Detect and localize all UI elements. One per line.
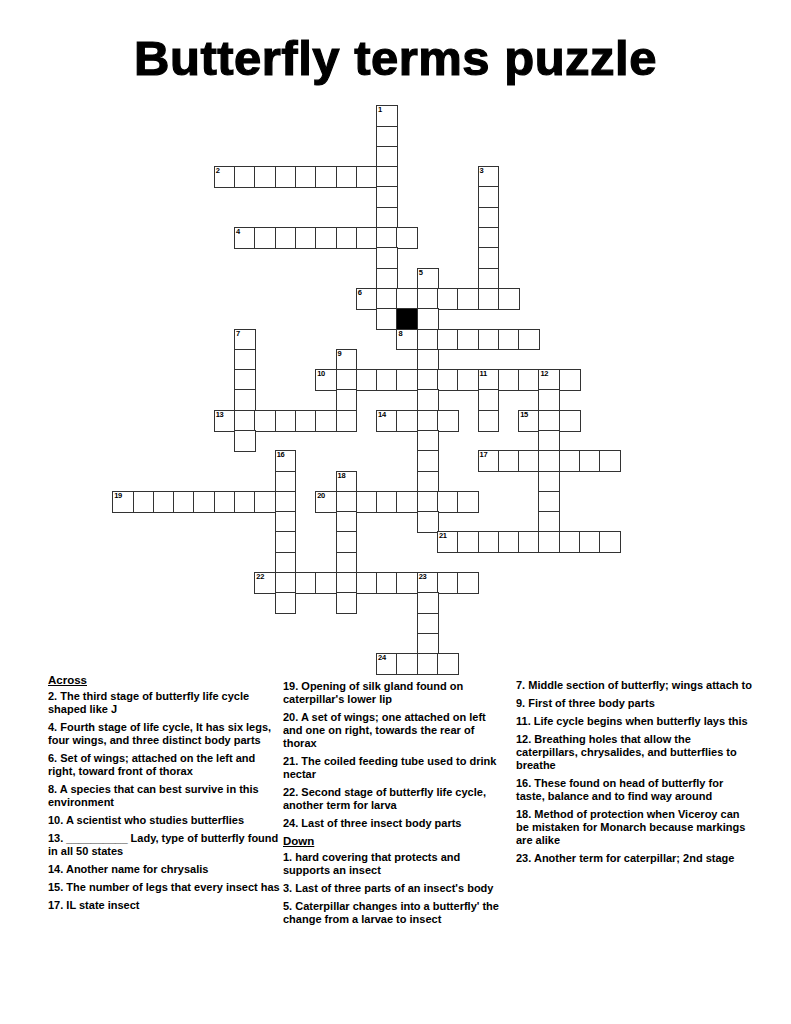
grid-cell-r23c16[interactable] [437,572,459,594]
grid-cell-r13c17[interactable] [457,369,479,391]
grid-cell-r16c21[interactable] [538,430,560,452]
grid-cell-r27c14[interactable] [396,653,418,675]
grid-cell-r23c15[interactable]: 23 [417,572,439,594]
grid-cell-r24c15[interactable] [417,592,439,614]
grid-cell-r27c15[interactable] [417,653,439,675]
grid-cell-r18c11[interactable]: 18 [336,471,358,493]
clue-across-21: 21. The coiled feeding tube used to drin… [283,755,505,781]
grid-cell-r17c21[interactable] [538,450,560,472]
grid-cell-r19c15[interactable] [417,491,439,513]
grid-cell-r3c11[interactable] [336,166,358,188]
grid-cell-r6c14[interactable] [396,227,418,249]
grid-cell-r11c6[interactable]: 7 [234,329,256,351]
grid-cell-r19c6[interactable] [234,491,256,513]
grid-cell-r13c10[interactable]: 10 [315,369,337,391]
grid-cell-r9c12[interactable]: 6 [356,288,378,310]
clue-number-10: 10 [317,369,325,378]
black-cell-r10c14 [396,308,418,330]
grid-cell-r15c6[interactable] [234,410,256,432]
grid-cell-r21c18[interactable] [478,531,500,553]
grid-cell-r15c9[interactable] [295,410,317,432]
clue-across-15: 15. The number of legs that every insect… [48,881,281,894]
grid-cell-r23c13[interactable] [376,572,398,594]
grid-cell-r13c19[interactable] [498,369,520,391]
grid-cell-r23c14[interactable] [396,572,418,594]
across-heading: Across [48,674,281,686]
clue-number-19: 19 [114,491,122,500]
clue-down-16: 16. These found on head of butterfly for… [516,777,754,803]
grid-cell-r15c22[interactable] [559,410,581,432]
grid-cell-r3c8[interactable] [275,166,297,188]
grid-cell-r6c9[interactable] [295,227,317,249]
grid-cell-r19c8[interactable] [275,491,297,513]
grid-cell-r13c13[interactable] [376,369,398,391]
clue-number-14: 14 [378,410,386,419]
grid-cell-r15c8[interactable] [275,410,297,432]
grid-cell-r6c11[interactable] [336,227,358,249]
grid-cell-r7c13[interactable] [376,247,398,269]
grid-cell-r9c19[interactable] [498,288,520,310]
grid-cell-r23c10[interactable] [315,572,337,594]
clue-down-3: 3. Last of three parts of an insect's bo… [283,882,505,895]
grid-cell-r20c8[interactable] [275,511,297,533]
grid-cell-r11c14[interactable]: 8 [396,329,418,351]
grid-cell-r26c15[interactable] [417,633,439,655]
clue-down-9: 9. First of three body parts [516,697,754,710]
grid-cell-r17c19[interactable] [498,450,520,472]
grid-cell-r3c18[interactable]: 3 [478,166,500,188]
clue-across-4: 4. Fourth stage of life cycle, It has si… [48,721,281,747]
grid-cell-r3c12[interactable] [356,166,378,188]
grid-cell-r14c18[interactable] [478,389,500,411]
grid-cell-r19c17[interactable] [457,491,479,513]
grid-cell-r15c11[interactable] [336,410,358,432]
grid-cell-r12c15[interactable] [417,349,439,371]
clue-across-19: 19. Opening of silk gland found on cater… [283,680,505,706]
clue-column-across: Across2. The third stage of butterfly li… [48,674,281,917]
grid-cell-r5c13[interactable] [376,207,398,229]
grid-cell-r20c21[interactable] [538,511,560,533]
clue-across-8: 8. A species that can best survive in th… [48,783,281,809]
clue-number-5: 5 [419,268,423,277]
clue-number-6: 6 [358,288,362,297]
grid-cell-r13c22[interactable] [559,369,581,391]
grid-cell-r2c13[interactable] [376,146,398,168]
page-title: Butterfly terms puzzle [0,30,791,86]
grid-cell-r13c16[interactable] [437,369,459,391]
grid-cell-r21c19[interactable] [498,531,520,553]
grid-cell-r11c20[interactable] [518,329,540,351]
grid-cell-r17c18[interactable]: 17 [478,450,500,472]
grid-cell-r1c13[interactable] [376,126,398,148]
grid-cell-r3c13[interactable] [376,166,398,188]
grid-cell-r22c8[interactable] [275,552,297,574]
clue-across-14: 14. Another name for chrysalis [48,863,281,876]
down-heading: Down [283,835,505,847]
grid-cell-r19c2[interactable] [153,491,175,513]
grid-cell-r21c24[interactable] [599,531,621,553]
clue-across-17: 17. IL state insect [48,899,281,912]
grid-cell-r19c21[interactable] [538,491,560,513]
clue-across-22: 22. Second stage of butterfly life cycle… [283,786,505,812]
grid-cell-r17c8[interactable]: 16 [275,450,297,472]
grid-cell-r14c11[interactable] [336,389,358,411]
clue-number-1: 1 [378,105,382,114]
grid-cell-r18c15[interactable] [417,471,439,493]
grid-cell-r13c15[interactable] [417,369,439,391]
clue-down-11: 11. Life cycle begins when butterfly lay… [516,715,754,728]
clue-number-12: 12 [540,369,548,378]
grid-cell-r12c6[interactable] [234,349,256,371]
grid-cell-r21c17[interactable] [457,531,479,553]
grid-cell-r23c12[interactable] [356,572,378,594]
grid-cell-r3c7[interactable] [254,166,276,188]
grid-cell-r15c18[interactable] [478,410,500,432]
grid-cell-r6c10[interactable] [315,227,337,249]
grid-cell-r23c11[interactable] [336,572,358,594]
grid-cell-r15c16[interactable] [437,410,459,432]
grid-cell-r19c11[interactable] [336,491,358,513]
grid-cell-r20c15[interactable] [417,511,439,533]
grid-cell-r9c13[interactable] [376,288,398,310]
grid-cell-r15c14[interactable] [396,410,418,432]
grid-cell-r13c11[interactable] [336,369,358,391]
grid-cell-r21c20[interactable] [518,531,540,553]
grid-cell-r11c19[interactable] [498,329,520,351]
grid-cell-r9c18[interactable] [478,288,500,310]
grid-cell-r6c12[interactable] [356,227,378,249]
grid-cell-r13c14[interactable] [396,369,418,391]
clue-across-6: 6. Set of wings; attached on the left an… [48,752,281,778]
clue-down-23: 23. Another term for caterpillar; 2nd st… [516,852,754,865]
grid-cell-r5c18[interactable] [478,207,500,229]
grid-cell-r11c16[interactable] [437,329,459,351]
grid-cell-r3c9[interactable] [295,166,317,188]
grid-cell-r15c10[interactable] [315,410,337,432]
grid-cell-r10c15[interactable] [417,308,439,330]
clue-across-13: 13. __________ Lady, type of butterfly f… [48,832,281,858]
clue-down-18: 18. Method of protection when Viceroy ca… [516,808,754,847]
clue-number-18: 18 [338,471,346,480]
grid-cell-r9c17[interactable] [457,288,479,310]
grid-cell-r4c13[interactable] [376,186,398,208]
clue-number-13: 13 [216,410,224,419]
clue-number-4: 4 [236,227,240,236]
clue-across-20: 20. A set of wings; one attached on left… [283,711,505,750]
grid-cell-r21c8[interactable] [275,531,297,553]
grid-cell-r19c5[interactable] [214,491,236,513]
grid-cell-r18c8[interactable] [275,471,297,493]
grid-cell-r6c18[interactable] [478,227,500,249]
crossword-grid: 123456789101112131415161718192021222324 [113,106,620,674]
grid-cell-r4c18[interactable] [478,186,500,208]
clue-across-10: 10. A scientist who studies butterflies [48,814,281,827]
grid-cell-r3c5[interactable]: 2 [214,166,236,188]
grid-cell-r6c13[interactable] [376,227,398,249]
grid-cell-r13c6[interactable] [234,369,256,391]
clue-number-20: 20 [317,491,325,500]
grid-cell-r21c16[interactable]: 21 [437,531,459,553]
clue-number-7: 7 [236,329,240,338]
clue-number-23: 23 [419,572,427,581]
grid-cell-r9c14[interactable] [396,288,418,310]
grid-cell-r16c15[interactable] [417,430,439,452]
grid-cell-r3c6[interactable] [234,166,256,188]
clue-number-3: 3 [480,166,484,175]
grid-cell-r17c22[interactable] [559,450,581,472]
clue-across-2: 2. The third stage of butterfly life cyc… [48,690,281,716]
grid-cell-r21c23[interactable] [579,531,601,553]
grid-cell-r22c11[interactable] [336,552,358,574]
grid-cell-r13c20[interactable] [518,369,540,391]
grid-cell-r19c13[interactable] [376,491,398,513]
grid-cell-r21c11[interactable] [336,531,358,553]
grid-cell-r9c15[interactable] [417,288,439,310]
grid-cell-r0c13[interactable]: 1 [376,105,398,127]
grid-cell-r13c12[interactable] [356,369,378,391]
clue-number-22: 22 [256,572,264,581]
grid-cell-r24c8[interactable] [275,592,297,614]
grid-cell-r17c20[interactable] [518,450,540,472]
grid-cell-r6c6[interactable]: 4 [234,227,256,249]
clue-number-11: 11 [480,369,487,378]
grid-cell-r15c13[interactable]: 14 [376,410,398,432]
grid-cell-r19c12[interactable] [356,491,378,513]
clue-column-middle: 19. Opening of silk gland found on cater… [283,680,505,931]
grid-cell-r6c8[interactable] [275,227,297,249]
grid-cell-r23c7[interactable]: 22 [254,572,276,594]
grid-cell-r14c21[interactable] [538,389,560,411]
grid-cell-r19c10[interactable]: 20 [315,491,337,513]
grid-cell-r19c0[interactable]: 19 [112,491,134,513]
grid-cell-r23c17[interactable] [457,572,479,594]
grid-cell-r6c7[interactable] [254,227,276,249]
grid-cell-r17c23[interactable] [579,450,601,472]
grid-cell-r10c13[interactable] [376,308,398,330]
grid-cell-r17c24[interactable] [599,450,621,472]
clue-number-15: 15 [520,410,528,419]
clue-down-7: 7. Middle section of butterfly; wings at… [516,679,754,692]
clue-number-2: 2 [216,166,220,175]
grid-cell-r13c21[interactable]: 12 [538,369,560,391]
clue-number-16: 16 [277,450,285,459]
grid-cell-r17c15[interactable] [417,450,439,472]
puzzle-page: { "title": "Butterfly terms puzzle", "ga… [0,0,791,1024]
grid-cell-r18c21[interactable] [538,471,560,493]
grid-cell-r11c18[interactable] [478,329,500,351]
grid-cell-r21c22[interactable] [559,531,581,553]
grid-cell-r23c8[interactable] [275,572,297,594]
grid-cell-r9c16[interactable] [437,288,459,310]
clue-number-9: 9 [338,349,342,358]
grid-cell-r19c4[interactable] [193,491,215,513]
grid-cell-r23c9[interactable] [295,572,317,594]
grid-cell-r15c21[interactable] [538,410,560,432]
grid-cell-r19c1[interactable] [133,491,155,513]
grid-cell-r8c15[interactable]: 5 [417,268,439,290]
grid-cell-r8c18[interactable] [478,268,500,290]
grid-cell-r19c3[interactable] [173,491,195,513]
grid-cell-r14c15[interactable] [417,389,439,411]
grid-cell-r3c10[interactable] [315,166,337,188]
grid-cell-r12c11[interactable]: 9 [336,349,358,371]
grid-cell-r14c6[interactable] [234,389,256,411]
grid-cell-r13c18[interactable]: 11 [478,369,500,391]
clue-column-down: 7. Middle section of butterfly; wings at… [516,679,754,870]
grid-cell-r11c17[interactable] [457,329,479,351]
grid-cell-r11c15[interactable] [417,329,439,351]
clue-down-5: 5. Caterpillar changes into a butterfly'… [283,900,505,926]
clue-number-24: 24 [378,653,386,662]
grid-cell-r19c7[interactable] [254,491,276,513]
grid-cell-r21c21[interactable] [538,531,560,553]
grid-cell-r19c14[interactable] [396,491,418,513]
grid-cell-r25c15[interactable] [417,613,439,635]
grid-cell-r16c6[interactable] [234,430,256,452]
clue-number-21: 21 [439,531,447,540]
grid-cell-r8c13[interactable] [376,268,398,290]
grid-cell-r19c16[interactable] [437,491,459,513]
grid-cell-r15c20[interactable]: 15 [518,410,540,432]
clue-down-12: 12. Breathing holes that allow the cater… [516,733,754,772]
grid-cell-r15c5[interactable]: 13 [214,410,236,432]
grid-cell-r27c16[interactable] [437,653,459,675]
clue-across-24: 24. Last of three insect body parts [283,817,505,830]
clue-down-1: 1. hard covering that protects and suppo… [283,851,505,877]
grid-cell-r20c11[interactable] [336,511,358,533]
clue-number-17: 17 [480,450,488,459]
clue-number-8: 8 [398,329,402,338]
grid-cell-r15c15[interactable] [417,410,439,432]
grid-cell-r7c18[interactable] [478,247,500,269]
grid-cell-r27c13[interactable]: 24 [376,653,398,675]
grid-cell-r15c7[interactable] [254,410,276,432]
grid-cell-r24c11[interactable] [336,592,358,614]
